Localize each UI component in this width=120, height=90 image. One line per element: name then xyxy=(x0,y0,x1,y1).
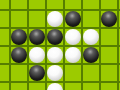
board-cell-r0c7[interactable] xyxy=(119,0,120,11)
board-cell-r4c4[interactable] xyxy=(65,65,83,83)
board-cell-r1c5[interactable] xyxy=(83,11,101,29)
board-cell-r5c6[interactable] xyxy=(101,83,119,90)
board-cell-r3c2[interactable] xyxy=(29,47,47,65)
board-cell-r1c1[interactable] xyxy=(11,11,29,29)
board-cell-r2c1[interactable] xyxy=(11,29,29,47)
board-cell-r4c1[interactable] xyxy=(11,65,29,83)
board-cell-r5c4[interactable] xyxy=(65,83,83,90)
board-cell-r1c0[interactable] xyxy=(0,11,11,29)
white-disc xyxy=(47,83,63,90)
black-disc xyxy=(83,47,99,63)
board-cell-r4c3[interactable] xyxy=(47,65,65,83)
board-cell-r2c0[interactable] xyxy=(0,29,11,47)
board-cell-r5c2[interactable] xyxy=(29,83,47,90)
board-cell-r1c3[interactable] xyxy=(47,11,65,29)
board-cell-r5c5[interactable] xyxy=(83,83,101,90)
board-cell-r3c5[interactable] xyxy=(83,47,101,65)
white-disc xyxy=(65,47,81,63)
board-cell-r1c6[interactable] xyxy=(101,11,119,29)
white-disc xyxy=(47,65,63,81)
white-disc xyxy=(83,29,99,45)
black-disc xyxy=(11,47,27,63)
white-disc xyxy=(47,11,63,27)
board-cell-r2c7[interactable] xyxy=(119,29,120,47)
white-disc xyxy=(65,29,81,45)
board-cell-r5c0[interactable] xyxy=(0,83,11,90)
board-cell-r3c4[interactable] xyxy=(65,47,83,65)
board-cell-r4c7[interactable] xyxy=(119,65,120,83)
board-cell-r4c0[interactable] xyxy=(0,65,11,83)
black-disc xyxy=(101,11,117,27)
board-cell-r0c1[interactable] xyxy=(11,0,29,11)
board-cell-r1c2[interactable] xyxy=(29,11,47,29)
black-disc xyxy=(11,29,27,45)
board-cell-r1c7[interactable] xyxy=(119,11,120,29)
board-cell-r2c4[interactable] xyxy=(65,29,83,47)
board-cell-r0c6[interactable] xyxy=(101,0,119,11)
board-cell-r0c0[interactable] xyxy=(0,0,11,11)
board-cell-r4c5[interactable] xyxy=(83,65,101,83)
black-disc xyxy=(29,29,45,45)
board-cell-r2c3[interactable] xyxy=(47,29,65,47)
board-cell-r0c3[interactable] xyxy=(47,0,65,11)
board-cell-r1c4[interactable] xyxy=(65,11,83,29)
board-cell-r3c3[interactable] xyxy=(47,47,65,65)
board-cell-r5c1[interactable] xyxy=(11,83,29,90)
board-cell-r0c5[interactable] xyxy=(83,0,101,11)
black-disc xyxy=(29,65,45,81)
black-disc xyxy=(65,11,81,27)
board-cell-r0c4[interactable] xyxy=(65,0,83,11)
board-cell-r2c2[interactable] xyxy=(29,29,47,47)
board-cell-r2c5[interactable] xyxy=(83,29,101,47)
board-cell-r5c3[interactable] xyxy=(47,83,65,90)
board-cell-r3c0[interactable] xyxy=(0,47,11,65)
board-cell-r4c2[interactable] xyxy=(29,65,47,83)
board-cell-r3c1[interactable] xyxy=(11,47,29,65)
board-cell-r0c2[interactable] xyxy=(29,0,47,11)
board-cell-r3c7[interactable] xyxy=(119,47,120,65)
board-cell-r5c7[interactable] xyxy=(119,83,120,90)
board-cell-r2c6[interactable] xyxy=(101,29,119,47)
white-disc xyxy=(29,47,45,63)
game-board xyxy=(0,0,120,90)
board-cell-r4c6[interactable] xyxy=(101,65,119,83)
board-cell-r3c6[interactable] xyxy=(101,47,119,65)
black-disc xyxy=(47,29,63,45)
white-disc xyxy=(47,47,63,63)
